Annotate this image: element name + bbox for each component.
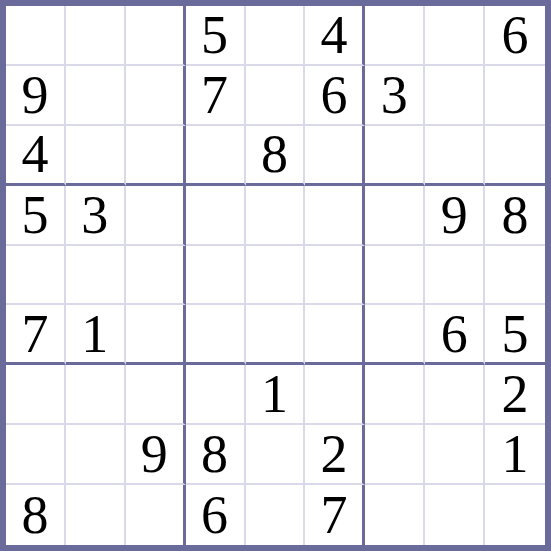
cell-r9c5[interactable] <box>246 485 306 545</box>
cell-r6c9[interactable]: 5 <box>485 305 545 365</box>
given-digit: 9 <box>21 68 48 122</box>
cell-r6c2[interactable]: 1 <box>66 305 126 365</box>
cell-r5c4[interactable] <box>186 246 246 306</box>
cell-r5c6[interactable] <box>305 246 365 306</box>
given-digit: 3 <box>381 68 408 122</box>
given-digit: 1 <box>502 427 529 481</box>
cell-r3c3[interactable] <box>126 126 186 186</box>
cell-r4c4[interactable] <box>186 186 246 246</box>
cell-r6c3[interactable] <box>126 305 186 365</box>
cell-r8c7[interactable] <box>365 425 425 485</box>
cell-r8c5[interactable] <box>246 425 306 485</box>
given-digit: 8 <box>502 188 529 242</box>
cell-r9c3[interactable] <box>126 485 186 545</box>
given-digit: 3 <box>81 188 108 242</box>
given-digit: 5 <box>21 188 48 242</box>
cell-r9c4[interactable]: 6 <box>186 485 246 545</box>
cell-r7c5[interactable]: 1 <box>246 365 306 425</box>
given-digit: 4 <box>320 8 347 62</box>
cell-r5c5[interactable] <box>246 246 306 306</box>
cell-r4c9[interactable]: 8 <box>485 186 545 246</box>
cell-r4c2[interactable]: 3 <box>66 186 126 246</box>
cell-r2c7[interactable]: 3 <box>365 66 425 126</box>
cell-r3c7[interactable] <box>365 126 425 186</box>
cell-r9c9[interactable] <box>485 485 545 545</box>
cell-r7c8[interactable] <box>425 365 485 425</box>
cell-r8c4[interactable]: 8 <box>186 425 246 485</box>
given-digit: 6 <box>320 68 347 122</box>
cell-r8c3[interactable]: 9 <box>126 425 186 485</box>
cell-r2c5[interactable] <box>246 66 306 126</box>
cell-r2c8[interactable] <box>425 66 485 126</box>
cell-r9c1[interactable]: 8 <box>6 485 66 545</box>
cell-r4c3[interactable] <box>126 186 186 246</box>
cell-r3c1[interactable]: 4 <box>6 126 66 186</box>
cell-r1c4[interactable]: 5 <box>186 6 246 66</box>
cell-r8c2[interactable] <box>66 425 126 485</box>
cell-r1c7[interactable] <box>365 6 425 66</box>
cell-r4c7[interactable] <box>365 186 425 246</box>
cell-r1c9[interactable]: 6 <box>485 6 545 66</box>
cell-r9c8[interactable] <box>425 485 485 545</box>
cell-r8c9[interactable]: 1 <box>485 425 545 485</box>
cell-r5c7[interactable] <box>365 246 425 306</box>
cell-r3c2[interactable] <box>66 126 126 186</box>
cell-r2c2[interactable] <box>66 66 126 126</box>
cell-r9c2[interactable] <box>66 485 126 545</box>
cell-r2c1[interactable]: 9 <box>6 66 66 126</box>
cell-r6c4[interactable] <box>186 305 246 365</box>
cell-r8c1[interactable] <box>6 425 66 485</box>
cell-r3c9[interactable] <box>485 126 545 186</box>
cell-r3c6[interactable] <box>305 126 365 186</box>
given-digit: 7 <box>201 68 228 122</box>
given-digit: 2 <box>502 367 529 421</box>
cell-r1c6[interactable]: 4 <box>305 6 365 66</box>
cell-r3c4[interactable] <box>186 126 246 186</box>
cell-r6c8[interactable]: 6 <box>425 305 485 365</box>
cell-r2c3[interactable] <box>126 66 186 126</box>
given-digit: 9 <box>141 427 168 481</box>
cell-r6c1[interactable]: 7 <box>6 305 66 365</box>
cell-r7c3[interactable] <box>126 365 186 425</box>
cell-r7c9[interactable]: 2 <box>485 365 545 425</box>
cell-r1c2[interactable] <box>66 6 126 66</box>
cell-r7c2[interactable] <box>66 365 126 425</box>
given-digit: 8 <box>21 488 48 542</box>
given-digit: 2 <box>320 427 347 481</box>
given-digit: 6 <box>441 307 468 361</box>
given-digit: 8 <box>201 427 228 481</box>
cell-r1c1[interactable] <box>6 6 66 66</box>
cell-r5c9[interactable] <box>485 246 545 306</box>
given-digit: 9 <box>441 188 468 242</box>
cell-r5c8[interactable] <box>425 246 485 306</box>
cell-r7c4[interactable] <box>186 365 246 425</box>
given-digit: 6 <box>201 488 228 542</box>
given-digit: 4 <box>21 127 48 181</box>
cell-r2c4[interactable]: 7 <box>186 66 246 126</box>
given-digit: 1 <box>81 307 108 361</box>
cell-r4c8[interactable]: 9 <box>425 186 485 246</box>
cell-r4c6[interactable] <box>305 186 365 246</box>
given-digit: 8 <box>261 127 288 181</box>
cell-r8c6[interactable]: 2 <box>305 425 365 485</box>
given-digit: 5 <box>502 307 529 361</box>
cell-r6c5[interactable] <box>246 305 306 365</box>
cell-r2c6[interactable]: 6 <box>305 66 365 126</box>
given-digit: 1 <box>261 367 288 421</box>
cell-r2c9[interactable] <box>485 66 545 126</box>
cell-r5c2[interactable] <box>66 246 126 306</box>
cell-r3c8[interactable] <box>425 126 485 186</box>
cell-r9c7[interactable] <box>365 485 425 545</box>
cell-r3c5[interactable]: 8 <box>246 126 306 186</box>
given-digit: 6 <box>502 8 529 62</box>
cell-r7c7[interactable] <box>365 365 425 425</box>
given-digit: 7 <box>21 307 48 361</box>
cell-r1c3[interactable] <box>126 6 186 66</box>
given-digit: 7 <box>320 488 347 542</box>
given-digit: 5 <box>201 8 228 62</box>
cell-r5c1[interactable] <box>6 246 66 306</box>
sudoku-board: 54697634853987165129821867 <box>0 0 551 551</box>
cell-r9c6[interactable]: 7 <box>305 485 365 545</box>
cell-r5c3[interactable] <box>126 246 186 306</box>
cell-r6c7[interactable] <box>365 305 425 365</box>
cell-r4c5[interactable] <box>246 186 306 246</box>
cell-r1c5[interactable] <box>246 6 306 66</box>
cell-r1c8[interactable] <box>425 6 485 66</box>
cell-r4c1[interactable]: 5 <box>6 186 66 246</box>
cell-r7c1[interactable] <box>6 365 66 425</box>
cell-r8c8[interactable] <box>425 425 485 485</box>
cell-r7c6[interactable] <box>305 365 365 425</box>
cell-r6c6[interactable] <box>305 305 365 365</box>
